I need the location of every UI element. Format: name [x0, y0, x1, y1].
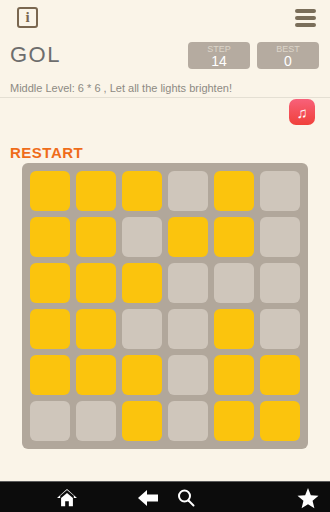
- tile-r5c1-lit[interactable]: [30, 355, 70, 395]
- level-description: Middle Level: 6 * 6 , Let all the lights…: [10, 82, 232, 94]
- tile-r4c3-unlit[interactable]: [122, 309, 162, 349]
- best-counter: BEST 0: [257, 42, 319, 69]
- tile-r3c4-unlit[interactable]: [168, 263, 208, 303]
- tile-r4c2-lit[interactable]: [76, 309, 116, 349]
- tile-r2c2-lit[interactable]: [76, 217, 116, 257]
- tile-r5c3-lit[interactable]: [122, 355, 162, 395]
- bottom-nav-bar: [0, 481, 330, 512]
- tile-r1c2-lit[interactable]: [76, 171, 116, 211]
- tile-r6c4-unlit[interactable]: [168, 401, 208, 441]
- tile-r4c4-unlit[interactable]: [168, 309, 208, 349]
- app-screen: i GOL STEP 14 BEST 0 Middle Level: 6 * 6…: [0, 0, 330, 512]
- tile-r5c5-lit[interactable]: [214, 355, 254, 395]
- tile-r3c1-lit[interactable]: [30, 263, 70, 303]
- hamburger-bar: [295, 23, 316, 27]
- best-value: 0: [257, 54, 319, 68]
- home-icon[interactable]: [55, 486, 79, 510]
- page-title: GOL: [10, 42, 61, 68]
- restart-button[interactable]: RESTART: [10, 144, 83, 161]
- tile-r3c5-unlit[interactable]: [214, 263, 254, 303]
- step-counter: STEP 14: [188, 42, 250, 69]
- tile-r1c5-lit[interactable]: [214, 171, 254, 211]
- tile-r1c4-unlit[interactable]: [168, 171, 208, 211]
- music-toggle-icon[interactable]: ♫: [289, 99, 315, 125]
- tile-r3c2-lit[interactable]: [76, 263, 116, 303]
- star-icon[interactable]: [296, 486, 320, 510]
- tile-r5c2-lit[interactable]: [76, 355, 116, 395]
- hamburger-menu-icon[interactable]: [295, 9, 316, 27]
- hamburger-bar: [295, 16, 316, 20]
- tile-r6c6-lit[interactable]: [260, 401, 300, 441]
- tile-r6c2-unlit[interactable]: [76, 401, 116, 441]
- divider-line: [0, 97, 330, 98]
- search-icon[interactable]: [174, 486, 198, 510]
- tile-r1c6-unlit[interactable]: [260, 171, 300, 211]
- tile-r4c1-lit[interactable]: [30, 309, 70, 349]
- tile-r1c3-lit[interactable]: [122, 171, 162, 211]
- info-icon[interactable]: i: [17, 7, 38, 28]
- tile-r6c1-unlit[interactable]: [30, 401, 70, 441]
- board: [22, 163, 308, 449]
- tile-r2c4-lit[interactable]: [168, 217, 208, 257]
- hamburger-bar: [295, 9, 316, 13]
- tile-r5c6-lit[interactable]: [260, 355, 300, 395]
- tile-r3c6-unlit[interactable]: [260, 263, 300, 303]
- tile-r2c3-unlit[interactable]: [122, 217, 162, 257]
- step-value: 14: [188, 54, 250, 68]
- tile-r2c1-lit[interactable]: [30, 217, 70, 257]
- tile-r6c3-lit[interactable]: [122, 401, 162, 441]
- tile-r4c5-lit[interactable]: [214, 309, 254, 349]
- tile-r2c6-unlit[interactable]: [260, 217, 300, 257]
- tile-r2c5-lit[interactable]: [214, 217, 254, 257]
- tile-r5c4-unlit[interactable]: [168, 355, 208, 395]
- back-arrow-icon[interactable]: [136, 486, 160, 510]
- tile-r3c3-lit[interactable]: [122, 263, 162, 303]
- top-bar: i: [0, 0, 330, 36]
- tile-r4c6-unlit[interactable]: [260, 309, 300, 349]
- tile-r1c1-lit[interactable]: [30, 171, 70, 211]
- tile-r6c5-lit[interactable]: [214, 401, 254, 441]
